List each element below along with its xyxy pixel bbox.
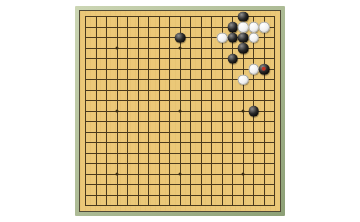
stone-white-r17 bbox=[248, 32, 259, 43]
grid-line bbox=[190, 16, 191, 206]
grid-line bbox=[85, 132, 275, 133]
star-point bbox=[116, 47, 119, 50]
star-point bbox=[116, 110, 119, 113]
go-board-frame bbox=[75, 6, 285, 216]
stone-black-q19 bbox=[238, 11, 249, 22]
grid-line bbox=[85, 163, 275, 164]
stone-black-k17 bbox=[175, 32, 186, 43]
star-point bbox=[179, 173, 182, 176]
grid-line bbox=[274, 16, 275, 206]
star-point bbox=[242, 173, 245, 176]
star-point bbox=[179, 47, 182, 50]
last-move-marker bbox=[262, 67, 266, 71]
grid-line bbox=[211, 16, 212, 206]
grid-line bbox=[85, 153, 275, 154]
stone-black-r10 bbox=[248, 106, 259, 117]
grid-line bbox=[222, 16, 223, 206]
stone-white-r14 bbox=[248, 64, 259, 75]
stone-white-r18 bbox=[248, 22, 259, 33]
star-point bbox=[116, 173, 119, 176]
grid-line bbox=[201, 16, 202, 206]
go-board-grid[interactable] bbox=[79, 10, 281, 212]
grid-line bbox=[264, 16, 265, 206]
stone-black-p15 bbox=[227, 53, 238, 64]
stone-black-p17 bbox=[227, 32, 238, 43]
stone-white-s18 bbox=[259, 22, 270, 33]
grid-line bbox=[232, 16, 233, 206]
grid-line bbox=[85, 205, 275, 206]
grid-line bbox=[85, 195, 275, 196]
stone-black-q17 bbox=[238, 32, 249, 43]
star-point bbox=[179, 110, 182, 113]
star-point bbox=[242, 110, 245, 113]
stone-white-q18 bbox=[238, 22, 249, 33]
stone-black-q16 bbox=[238, 43, 249, 54]
screenshot-root bbox=[0, 0, 360, 222]
stone-black-s14 bbox=[259, 64, 270, 75]
stone-white-o17 bbox=[217, 32, 228, 43]
stone-black-p18 bbox=[227, 22, 238, 33]
grid-line bbox=[85, 121, 275, 122]
grid-line bbox=[85, 184, 275, 185]
grid-line bbox=[85, 142, 275, 143]
stone-white-q13 bbox=[238, 74, 249, 85]
